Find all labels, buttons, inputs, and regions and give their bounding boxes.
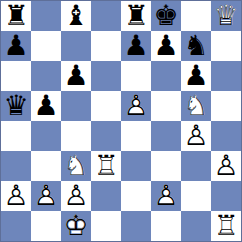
white-rook[interactable]: ♜♖ (211, 211, 241, 241)
square-a1[interactable] (1, 211, 31, 241)
piece-glyph: ♛ (1, 91, 31, 121)
black-bishop[interactable]: ♝ (61, 1, 91, 31)
black-pawn[interactable]: ♟ (151, 31, 181, 61)
square-a3[interactable] (1, 151, 31, 181)
square-e8[interactable]: ♜ (121, 1, 151, 31)
square-f3[interactable] (151, 151, 181, 181)
square-e1[interactable] (121, 211, 151, 241)
black-queen[interactable]: ♛ (1, 91, 31, 121)
square-e7[interactable]: ♟ (121, 31, 151, 61)
black-rook[interactable]: ♜ (1, 1, 31, 31)
black-rook[interactable]: ♜ (121, 1, 151, 31)
piece-glyph: ♜ (1, 1, 31, 31)
black-king[interactable]: ♚ (151, 1, 181, 31)
square-a8[interactable]: ♜ (1, 1, 31, 31)
piece-glyph: ♟ (31, 91, 61, 121)
square-b7[interactable] (31, 31, 61, 61)
white-king[interactable]: ♚♔ (61, 211, 91, 241)
piece-glyph-outline: ♕ (211, 1, 241, 31)
square-b4[interactable] (31, 121, 61, 151)
square-c4[interactable] (61, 121, 91, 151)
square-e3[interactable] (121, 151, 151, 181)
white-pawn[interactable]: ♟♙ (61, 181, 91, 211)
black-pawn[interactable]: ♟ (121, 31, 151, 61)
square-h5[interactable] (211, 91, 241, 121)
black-pawn[interactable]: ♟ (181, 61, 211, 91)
square-b6[interactable] (31, 61, 61, 91)
piece-glyph-outline: ♘ (181, 91, 211, 121)
square-d4[interactable] (91, 121, 121, 151)
square-d8[interactable] (91, 1, 121, 31)
square-h1[interactable]: ♜♖ (211, 211, 241, 241)
piece-glyph-outline: ♙ (61, 181, 91, 211)
white-pawn[interactable]: ♟♙ (121, 91, 151, 121)
square-g4[interactable]: ♟♙ (181, 121, 211, 151)
square-f8[interactable]: ♚ (151, 1, 181, 31)
square-h3[interactable]: ♟♙ (211, 151, 241, 181)
square-b5[interactable]: ♟ (31, 91, 61, 121)
square-e2[interactable] (121, 181, 151, 211)
square-a4[interactable] (1, 121, 31, 151)
square-h8[interactable]: ♛♕ (211, 1, 241, 31)
white-pawn[interactable]: ♟♙ (181, 121, 211, 151)
square-d2[interactable] (91, 181, 121, 211)
white-pawn[interactable]: ♟♙ (31, 181, 61, 211)
square-b1[interactable] (31, 211, 61, 241)
black-knight[interactable]: ♞ (181, 31, 211, 61)
piece-glyph-outline: ♖ (211, 211, 241, 241)
square-c1[interactable]: ♚♔ (61, 211, 91, 241)
square-f6[interactable] (151, 61, 181, 91)
white-knight[interactable]: ♞♘ (181, 91, 211, 121)
square-c6[interactable]: ♟ (61, 61, 91, 91)
square-d6[interactable] (91, 61, 121, 91)
square-d1[interactable] (91, 211, 121, 241)
piece-glyph: ♟ (1, 31, 31, 61)
piece-glyph-outline: ♙ (121, 91, 151, 121)
square-a6[interactable] (1, 61, 31, 91)
square-f1[interactable] (151, 211, 181, 241)
square-g1[interactable] (181, 211, 211, 241)
square-g6[interactable]: ♟ (181, 61, 211, 91)
square-a7[interactable]: ♟ (1, 31, 31, 61)
square-c7[interactable] (61, 31, 91, 61)
piece-glyph: ♟ (181, 61, 211, 91)
square-e6[interactable] (121, 61, 151, 91)
piece-glyph: ♟ (151, 31, 181, 61)
white-queen[interactable]: ♛♕ (211, 1, 241, 31)
square-b8[interactable] (31, 1, 61, 31)
square-b3[interactable] (31, 151, 61, 181)
piece-glyph: ♟ (61, 61, 91, 91)
square-g3[interactable] (181, 151, 211, 181)
square-g5[interactable]: ♞♘ (181, 91, 211, 121)
square-e4[interactable] (121, 121, 151, 151)
black-pawn[interactable]: ♟ (31, 91, 61, 121)
square-a5[interactable]: ♛ (1, 91, 31, 121)
square-g8[interactable] (181, 1, 211, 31)
piece-glyph: ♞ (181, 31, 211, 61)
square-a2[interactable]: ♟♙ (1, 181, 31, 211)
square-c3[interactable]: ♞♘ (61, 151, 91, 181)
piece-glyph-outline: ♙ (31, 181, 61, 211)
square-d5[interactable] (91, 91, 121, 121)
piece-glyph-outline: ♙ (1, 181, 31, 211)
white-pawn[interactable]: ♟♙ (1, 181, 31, 211)
square-d3[interactable]: ♜♖ (91, 151, 121, 181)
square-h7[interactable] (211, 31, 241, 61)
square-c2[interactable]: ♟♙ (61, 181, 91, 211)
square-f7[interactable]: ♟ (151, 31, 181, 61)
square-e5[interactable]: ♟♙ (121, 91, 151, 121)
square-f2[interactable]: ♟♙ (151, 181, 181, 211)
piece-glyph: ♟ (121, 31, 151, 61)
piece-glyph-outline: ♙ (211, 151, 241, 181)
piece-glyph-outline: ♔ (61, 211, 91, 241)
square-h4[interactable] (211, 121, 241, 151)
black-pawn[interactable]: ♟ (61, 61, 91, 91)
piece-glyph-outline: ♙ (181, 121, 211, 151)
piece-glyph-outline: ♖ (91, 151, 121, 181)
piece-glyph: ♜ (121, 1, 151, 31)
square-g2[interactable] (181, 181, 211, 211)
chess-board: ♜♝♜♚♛♕♟♟♟♞♟♟♛♟♟♙♞♘♟♙♞♘♜♖♟♙♟♙♟♙♟♙♟♙♚♔♜♖ (0, 0, 242, 242)
square-c5[interactable] (61, 91, 91, 121)
white-knight[interactable]: ♞♘ (61, 151, 91, 181)
white-rook[interactable]: ♜♖ (91, 151, 121, 181)
square-h6[interactable] (211, 61, 241, 91)
square-d7[interactable] (91, 31, 121, 61)
white-pawn[interactable]: ♟♙ (211, 151, 241, 181)
piece-glyph-outline: ♙ (151, 181, 181, 211)
square-f5[interactable] (151, 91, 181, 121)
black-pawn[interactable]: ♟ (1, 31, 31, 61)
piece-glyph-outline: ♘ (61, 151, 91, 181)
square-b2[interactable]: ♟♙ (31, 181, 61, 211)
square-c8[interactable]: ♝ (61, 1, 91, 31)
square-h2[interactable] (211, 181, 241, 211)
piece-glyph: ♚ (151, 1, 181, 31)
square-g7[interactable]: ♞ (181, 31, 211, 61)
square-f4[interactable] (151, 121, 181, 151)
white-pawn[interactable]: ♟♙ (151, 181, 181, 211)
piece-glyph: ♝ (61, 1, 91, 31)
